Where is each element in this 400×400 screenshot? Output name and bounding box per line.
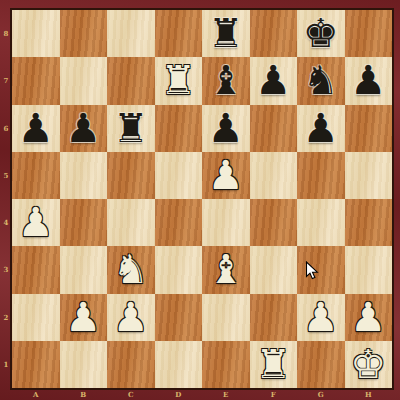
square-c4[interactable] [107, 199, 155, 246]
square-g2[interactable]: ♟ [297, 294, 345, 341]
square-a4[interactable]: ♟ [12, 199, 60, 246]
file-label-h: H [345, 389, 393, 400]
piece-white-rook[interactable]: ♜ [255, 341, 291, 388]
square-h4[interactable] [345, 199, 393, 246]
file-label-d: D [155, 389, 203, 400]
file-label-g: G [297, 389, 345, 400]
file-label-b: B [60, 389, 108, 400]
piece-white-knight[interactable]: ♞ [113, 246, 149, 293]
piece-black-pawn[interactable]: ♟ [350, 57, 386, 104]
square-c2[interactable]: ♟ [107, 294, 155, 341]
square-c5[interactable] [107, 152, 155, 199]
rank-label-8: 8 [0, 10, 12, 57]
square-f7[interactable]: ♟ [250, 57, 298, 104]
file-label-e: E [202, 389, 250, 400]
square-e4[interactable] [202, 199, 250, 246]
square-e8[interactable]: ♜ [202, 10, 250, 57]
square-d3[interactable] [155, 246, 203, 293]
piece-black-pawn[interactable]: ♟ [65, 105, 101, 152]
piece-black-pawn[interactable]: ♟ [208, 105, 244, 152]
square-a1[interactable] [12, 341, 60, 388]
square-h7[interactable]: ♟ [345, 57, 393, 104]
square-d1[interactable] [155, 341, 203, 388]
square-e6[interactable]: ♟ [202, 105, 250, 152]
square-c1[interactable] [107, 341, 155, 388]
square-g1[interactable] [297, 341, 345, 388]
piece-white-pawn[interactable]: ♟ [113, 294, 149, 341]
rank-label-1: 1 [0, 341, 12, 388]
square-a5[interactable] [12, 152, 60, 199]
square-a3[interactable] [12, 246, 60, 293]
square-f3[interactable] [250, 246, 298, 293]
square-f2[interactable] [250, 294, 298, 341]
square-b7[interactable] [60, 57, 108, 104]
square-b1[interactable] [60, 341, 108, 388]
piece-black-king[interactable]: ♚ [303, 10, 339, 57]
square-f8[interactable] [250, 10, 298, 57]
square-b5[interactable] [60, 152, 108, 199]
square-b2[interactable]: ♟ [60, 294, 108, 341]
square-a7[interactable] [12, 57, 60, 104]
rank-label-7: 7 [0, 57, 12, 104]
square-f6[interactable] [250, 105, 298, 152]
square-g8[interactable]: ♚ [297, 10, 345, 57]
piece-black-rook[interactable]: ♜ [113, 105, 149, 152]
piece-white-pawn[interactable]: ♟ [350, 294, 386, 341]
piece-white-bishop[interactable]: ♝ [208, 246, 244, 293]
square-f4[interactable] [250, 199, 298, 246]
square-a2[interactable] [12, 294, 60, 341]
square-g6[interactable]: ♟ [297, 105, 345, 152]
square-d2[interactable] [155, 294, 203, 341]
square-e1[interactable] [202, 341, 250, 388]
piece-white-pawn[interactable]: ♟ [208, 152, 244, 199]
square-c8[interactable] [107, 10, 155, 57]
square-d8[interactable] [155, 10, 203, 57]
piece-white-pawn[interactable]: ♟ [65, 294, 101, 341]
square-h1[interactable]: ♚ [345, 341, 393, 388]
square-d6[interactable] [155, 105, 203, 152]
square-c3[interactable]: ♞ [107, 246, 155, 293]
piece-white-rook[interactable]: ♜ [160, 57, 196, 104]
square-e2[interactable] [202, 294, 250, 341]
rank-label-3: 3 [0, 246, 12, 293]
chess-board: ♜♚♜♝♟♞♟♟♟♜♟♟♟♟♞♝♟♟♟♟♜♚ [12, 10, 392, 388]
square-a8[interactable] [12, 10, 60, 57]
piece-black-rook[interactable]: ♜ [208, 10, 244, 57]
square-b4[interactable] [60, 199, 108, 246]
piece-black-pawn[interactable]: ♟ [255, 57, 291, 104]
rank-label-4: 4 [0, 199, 12, 246]
piece-white-pawn[interactable]: ♟ [18, 199, 54, 246]
square-b8[interactable] [60, 10, 108, 57]
square-h2[interactable]: ♟ [345, 294, 393, 341]
rank-label-6: 6 [0, 105, 12, 152]
square-h3[interactable] [345, 246, 393, 293]
piece-black-pawn[interactable]: ♟ [18, 105, 54, 152]
rank-label-2: 2 [0, 294, 12, 341]
piece-black-knight[interactable]: ♞ [303, 57, 339, 104]
square-e3[interactable]: ♝ [202, 246, 250, 293]
square-b3[interactable] [60, 246, 108, 293]
square-e7[interactable]: ♝ [202, 57, 250, 104]
piece-black-pawn[interactable]: ♟ [303, 105, 339, 152]
square-f5[interactable] [250, 152, 298, 199]
square-g5[interactable] [297, 152, 345, 199]
file-label-c: C [107, 389, 155, 400]
square-a6[interactable]: ♟ [12, 105, 60, 152]
piece-white-pawn[interactable]: ♟ [303, 294, 339, 341]
square-f1[interactable]: ♜ [250, 341, 298, 388]
square-d4[interactable] [155, 199, 203, 246]
square-c7[interactable] [107, 57, 155, 104]
square-d7[interactable]: ♜ [155, 57, 203, 104]
square-g7[interactable]: ♞ [297, 57, 345, 104]
square-h8[interactable] [345, 10, 393, 57]
rank-label-5: 5 [0, 152, 12, 199]
square-g3[interactable] [297, 246, 345, 293]
square-h6[interactable] [345, 105, 393, 152]
square-h5[interactable] [345, 152, 393, 199]
square-e5[interactable]: ♟ [202, 152, 250, 199]
piece-white-king[interactable]: ♚ [350, 341, 386, 388]
file-label-f: F [250, 389, 298, 400]
square-b6[interactable]: ♟ [60, 105, 108, 152]
file-label-a: A [12, 389, 60, 400]
square-c6[interactable]: ♜ [107, 105, 155, 152]
piece-black-bishop[interactable]: ♝ [208, 57, 244, 104]
square-d5[interactable] [155, 152, 203, 199]
board-frame: ♜♚♜♝♟♞♟♟♟♜♟♟♟♟♞♝♟♟♟♟♜♚ 87654321ABCDEFGH [0, 0, 400, 400]
square-g4[interactable] [297, 199, 345, 246]
